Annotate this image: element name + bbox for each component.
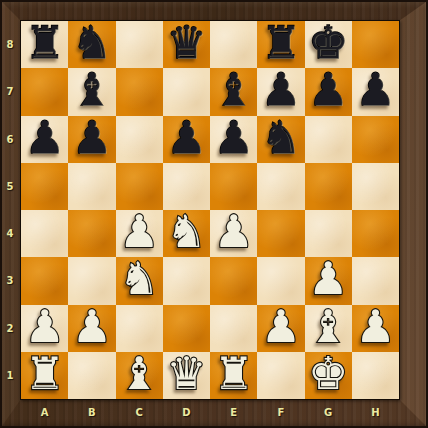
chess-app: ♜♞♛♜♚♝♝♟♟♟♟♟♟♟♞♟♞♟♞♟♟♟♟♝♟♜♝♛♜♚ 87654321 … [0, 0, 428, 428]
piece-white-bishop-g2[interactable]: ♝ [308, 304, 348, 349]
piece-white-knight-c3[interactable]: ♞ [119, 256, 159, 301]
board-grid: ♜♞♛♜♚♝♝♟♟♟♟♟♟♟♞♟♞♟♞♟♟♟♟♝♟♜♝♛♜♚ [21, 21, 399, 399]
square-a6[interactable]: ♟ [21, 116, 68, 163]
square-a4[interactable] [21, 210, 68, 257]
piece-black-pawn-h7[interactable]: ♟ [355, 67, 395, 112]
piece-white-knight-d4[interactable]: ♞ [166, 209, 206, 254]
square-h2[interactable]: ♟ [352, 305, 399, 352]
piece-black-knight-b8[interactable]: ♞ [72, 20, 112, 65]
piece-white-queen-d1[interactable]: ♛ [166, 351, 206, 396]
piece-white-king-g1[interactable]: ♚ [308, 351, 348, 396]
piece-black-bishop-e7[interactable]: ♝ [213, 67, 253, 112]
piece-white-pawn-b2[interactable]: ♟ [72, 304, 112, 349]
square-a7[interactable] [21, 68, 68, 115]
square-b6[interactable]: ♟ [68, 116, 115, 163]
square-c2[interactable] [116, 305, 163, 352]
square-d1[interactable]: ♛ [163, 352, 210, 399]
square-a2[interactable]: ♟ [21, 305, 68, 352]
piece-black-pawn-a6[interactable]: ♟ [24, 115, 64, 160]
square-c8[interactable] [116, 21, 163, 68]
square-f7[interactable]: ♟ [257, 68, 304, 115]
square-e2[interactable] [210, 305, 257, 352]
piece-black-bishop-b7[interactable]: ♝ [72, 67, 112, 112]
piece-black-queen-d8[interactable]: ♛ [166, 20, 206, 65]
square-g6[interactable] [305, 116, 352, 163]
piece-white-pawn-a2[interactable]: ♟ [24, 304, 64, 349]
square-d2[interactable] [163, 305, 210, 352]
square-c7[interactable] [116, 68, 163, 115]
piece-black-king-g8[interactable]: ♚ [308, 20, 348, 65]
square-g7[interactable]: ♟ [305, 68, 352, 115]
square-c3[interactable]: ♞ [116, 257, 163, 304]
square-a1[interactable]: ♜ [21, 352, 68, 399]
square-a8[interactable]: ♜ [21, 21, 68, 68]
piece-black-rook-f8[interactable]: ♜ [261, 20, 301, 65]
square-d3[interactable] [163, 257, 210, 304]
square-g8[interactable]: ♚ [305, 21, 352, 68]
square-f4[interactable] [257, 210, 304, 257]
square-g5[interactable] [305, 163, 352, 210]
square-f3[interactable] [257, 257, 304, 304]
square-b2[interactable]: ♟ [68, 305, 115, 352]
piece-black-pawn-b6[interactable]: ♟ [72, 115, 112, 160]
square-f2[interactable]: ♟ [257, 305, 304, 352]
square-b4[interactable] [68, 210, 115, 257]
square-b7[interactable]: ♝ [68, 68, 115, 115]
square-b3[interactable] [68, 257, 115, 304]
square-a5[interactable] [21, 163, 68, 210]
piece-black-pawn-e6[interactable]: ♟ [213, 115, 253, 160]
square-e4[interactable]: ♟ [210, 210, 257, 257]
square-f5[interactable] [257, 163, 304, 210]
square-h4[interactable] [352, 210, 399, 257]
piece-white-pawn-f2[interactable]: ♟ [261, 304, 301, 349]
square-h3[interactable] [352, 257, 399, 304]
square-c4[interactable]: ♟ [116, 210, 163, 257]
square-d8[interactable]: ♛ [163, 21, 210, 68]
square-a3[interactable] [21, 257, 68, 304]
square-h7[interactable]: ♟ [352, 68, 399, 115]
square-c5[interactable] [116, 163, 163, 210]
square-b5[interactable] [68, 163, 115, 210]
square-f1[interactable] [257, 352, 304, 399]
square-b1[interactable] [68, 352, 115, 399]
piece-white-bishop-c1[interactable]: ♝ [119, 351, 159, 396]
square-e6[interactable]: ♟ [210, 116, 257, 163]
square-d4[interactable]: ♞ [163, 210, 210, 257]
square-g1[interactable]: ♚ [305, 352, 352, 399]
square-d7[interactable] [163, 68, 210, 115]
square-h5[interactable] [352, 163, 399, 210]
piece-black-pawn-g7[interactable]: ♟ [308, 67, 348, 112]
square-h1[interactable] [352, 352, 399, 399]
piece-white-rook-e1[interactable]: ♜ [213, 351, 253, 396]
piece-black-knight-f6[interactable]: ♞ [261, 115, 301, 160]
piece-white-pawn-e4[interactable]: ♟ [213, 209, 253, 254]
square-e3[interactable] [210, 257, 257, 304]
square-d5[interactable] [163, 163, 210, 210]
piece-white-rook-a1[interactable]: ♜ [24, 351, 64, 396]
square-g3[interactable]: ♟ [305, 257, 352, 304]
square-g2[interactable]: ♝ [305, 305, 352, 352]
square-e7[interactable]: ♝ [210, 68, 257, 115]
piece-black-pawn-d6[interactable]: ♟ [166, 115, 206, 160]
square-d6[interactable]: ♟ [163, 116, 210, 163]
square-b8[interactable]: ♞ [68, 21, 115, 68]
piece-white-pawn-g3[interactable]: ♟ [308, 256, 348, 301]
piece-black-rook-a8[interactable]: ♜ [24, 20, 64, 65]
square-c1[interactable]: ♝ [116, 352, 163, 399]
square-f6[interactable]: ♞ [257, 116, 304, 163]
square-g4[interactable] [305, 210, 352, 257]
chess-board: ♜♞♛♜♚♝♝♟♟♟♟♟♟♟♞♟♞♟♞♟♟♟♟♝♟♜♝♛♜♚ [20, 20, 400, 400]
square-e5[interactable] [210, 163, 257, 210]
piece-black-pawn-f7[interactable]: ♟ [261, 67, 301, 112]
square-e1[interactable]: ♜ [210, 352, 257, 399]
piece-white-pawn-h2[interactable]: ♟ [355, 304, 395, 349]
piece-white-pawn-c4[interactable]: ♟ [119, 209, 159, 254]
square-h8[interactable] [352, 21, 399, 68]
square-e8[interactable] [210, 21, 257, 68]
square-c6[interactable] [116, 116, 163, 163]
square-f8[interactable]: ♜ [257, 21, 304, 68]
square-h6[interactable] [352, 116, 399, 163]
